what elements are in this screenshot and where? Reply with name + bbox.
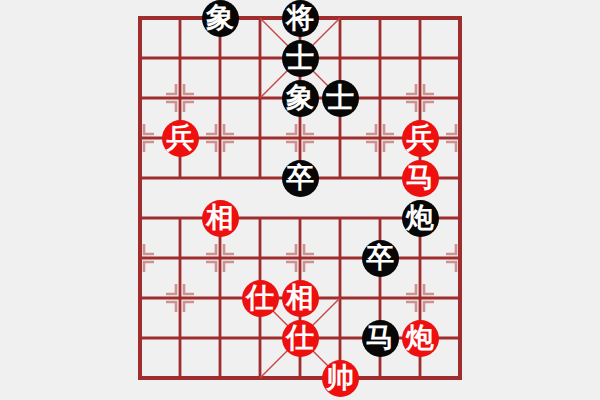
piece-black-elephant[interactable]: 象: [282, 80, 319, 117]
intersection[interactable]: [320, 38, 360, 78]
piece-red-horse[interactable]: 马: [402, 160, 439, 197]
intersection[interactable]: [240, 38, 280, 78]
intersection[interactable]: [120, 278, 160, 318]
intersection[interactable]: [360, 278, 400, 318]
intersection[interactable]: 炮: [400, 198, 440, 238]
intersection[interactable]: [320, 318, 360, 358]
piece-black-advisor[interactable]: 士: [322, 80, 359, 117]
intersection[interactable]: [360, 198, 400, 238]
piece-black-cannon[interactable]: 炮: [402, 200, 439, 237]
intersection[interactable]: [160, 238, 200, 278]
intersection[interactable]: 将: [280, 0, 320, 38]
intersection[interactable]: [360, 118, 400, 158]
intersection[interactable]: [280, 358, 320, 398]
intersection[interactable]: 卒: [280, 158, 320, 198]
piece-red-soldier[interactable]: 兵: [162, 120, 199, 157]
intersection[interactable]: [200, 158, 240, 198]
intersection[interactable]: [440, 278, 480, 318]
intersection[interactable]: [120, 318, 160, 358]
piece-black-soldier[interactable]: 卒: [282, 160, 319, 197]
intersection[interactable]: [200, 358, 240, 398]
intersection[interactable]: [160, 78, 200, 118]
intersection[interactable]: [240, 238, 280, 278]
piece-black-advisor[interactable]: 士: [282, 40, 319, 77]
intersection[interactable]: [400, 238, 440, 278]
intersection[interactable]: [320, 158, 360, 198]
intersection[interactable]: [200, 78, 240, 118]
intersection[interactable]: [120, 238, 160, 278]
intersection[interactable]: 卒: [360, 238, 400, 278]
intersection[interactable]: [440, 0, 480, 38]
intersection[interactable]: [120, 358, 160, 398]
piece-red-advisor[interactable]: 仕: [282, 320, 319, 357]
intersection[interactable]: [440, 38, 480, 78]
intersection[interactable]: 炮: [400, 318, 440, 358]
intersection[interactable]: [240, 318, 280, 358]
intersection[interactable]: [240, 0, 280, 38]
intersection[interactable]: 兵: [160, 118, 200, 158]
intersection[interactable]: 兵: [400, 118, 440, 158]
intersection[interactable]: [160, 38, 200, 78]
piece-black-elephant[interactable]: 象: [202, 0, 239, 37]
intersection[interactable]: [120, 38, 160, 78]
intersection[interactable]: [160, 198, 200, 238]
intersection[interactable]: [440, 158, 480, 198]
intersection[interactable]: [400, 78, 440, 118]
piece-red-elephant[interactable]: 相: [202, 200, 239, 237]
intersection[interactable]: [280, 238, 320, 278]
intersection[interactable]: [400, 0, 440, 38]
intersection[interactable]: [280, 198, 320, 238]
intersection[interactable]: [360, 78, 400, 118]
intersection[interactable]: 士: [280, 38, 320, 78]
piece-red-soldier[interactable]: 兵: [402, 120, 439, 157]
intersection[interactable]: [360, 158, 400, 198]
intersection[interactable]: [160, 358, 200, 398]
intersection[interactable]: 士: [320, 78, 360, 118]
intersection[interactable]: 相: [200, 198, 240, 238]
intersection[interactable]: [240, 158, 280, 198]
intersection[interactable]: 象: [200, 0, 240, 38]
xiangqi-board: 象将士象士兵兵卒马相炮卒仕相仕马炮帅: [120, 0, 480, 398]
intersection[interactable]: [400, 38, 440, 78]
intersection[interactable]: [240, 78, 280, 118]
piece-red-general[interactable]: 帅: [322, 360, 359, 397]
intersection[interactable]: [320, 0, 360, 38]
intersection[interactable]: 帅: [320, 358, 360, 398]
intersection[interactable]: [240, 198, 280, 238]
piece-black-general[interactable]: 将: [282, 0, 319, 37]
intersection[interactable]: [160, 318, 200, 358]
intersection[interactable]: 仕: [280, 318, 320, 358]
intersection[interactable]: [320, 238, 360, 278]
intersection[interactable]: [200, 118, 240, 158]
piece-red-cannon[interactable]: 炮: [402, 320, 439, 357]
intersection[interactable]: [320, 198, 360, 238]
piece-black-horse[interactable]: 马: [362, 320, 399, 357]
intersection[interactable]: [240, 118, 280, 158]
intersection[interactable]: [120, 158, 160, 198]
intersection[interactable]: [400, 278, 440, 318]
intersection[interactable]: [320, 118, 360, 158]
piece-black-soldier[interactable]: 卒: [362, 240, 399, 277]
intersection[interactable]: [120, 198, 160, 238]
intersection[interactable]: 仕: [240, 278, 280, 318]
intersection[interactable]: [440, 238, 480, 278]
board-intersections: 象将士象士兵兵卒马相炮卒仕相仕马炮帅: [120, 0, 480, 398]
intersection[interactable]: [280, 118, 320, 158]
piece-red-elephant[interactable]: 相: [282, 280, 319, 317]
intersection[interactable]: [360, 358, 400, 398]
intersection[interactable]: [160, 0, 200, 38]
intersection[interactable]: [200, 38, 240, 78]
intersection[interactable]: [440, 118, 480, 158]
intersection[interactable]: [200, 318, 240, 358]
intersection[interactable]: [160, 158, 200, 198]
intersection[interactable]: [360, 0, 400, 38]
intersection[interactable]: [440, 78, 480, 118]
intersection[interactable]: [440, 358, 480, 398]
intersection[interactable]: [320, 278, 360, 318]
intersection[interactable]: [120, 118, 160, 158]
piece-red-advisor[interactable]: 仕: [242, 280, 279, 317]
intersection[interactable]: [440, 198, 480, 238]
intersection[interactable]: 象: [280, 78, 320, 118]
intersection[interactable]: [120, 78, 160, 118]
intersection[interactable]: [440, 318, 480, 358]
intersection[interactable]: 马: [400, 158, 440, 198]
intersection[interactable]: [160, 278, 200, 318]
intersection[interactable]: [240, 358, 280, 398]
intersection[interactable]: [120, 0, 160, 38]
intersection[interactable]: 马: [360, 318, 400, 358]
intersection[interactable]: [360, 38, 400, 78]
intersection[interactable]: [200, 238, 240, 278]
intersection[interactable]: 相: [280, 278, 320, 318]
intersection[interactable]: [200, 278, 240, 318]
app-background: 象将士象士兵兵卒马相炮卒仕相仕马炮帅: [0, 0, 600, 400]
intersection[interactable]: [400, 358, 440, 398]
